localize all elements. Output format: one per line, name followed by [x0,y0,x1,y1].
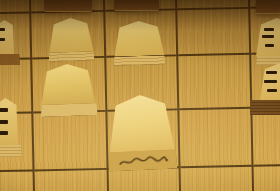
piece-face: 金将 [40,63,95,105]
piece-front-edge [0,145,22,157]
kanji-fragment [262,35,274,38]
kanji-fragment [0,131,8,135]
kanji-fragment [0,120,8,124]
cutoff-piece-back-row-2[interactable] [114,0,159,11]
piece-gold-general-far[interactable]: 金将 [113,20,165,65]
maker-signature [116,152,169,168]
piece-silver-general[interactable]: 銀将 [48,17,94,62]
cutoff-piece-back-row-1[interactable] [44,0,92,12]
kanji-fragment [0,38,5,41]
piece-front-edge [48,51,94,62]
piece-face: 玉将 [107,94,174,153]
piece-face [260,63,280,100]
piece-gold-general-mid[interactable]: 金将 [40,63,98,117]
kanji-fragment [264,28,274,31]
kanji-fragment [264,80,277,83]
piece-front-edge [113,55,165,65]
kanji-fragment [265,44,274,47]
shogi-board-photo: 銀将 金将 金将 [0,0,280,191]
piece-face: 銀将 [48,17,93,53]
kanji-fragment [266,71,277,74]
kanji-fragment [0,28,5,31]
cutoff-piece-back-row-3[interactable] [256,0,280,14]
piece-face [0,98,18,145]
piece-front-edge [0,54,20,65]
kanji-fragment [0,108,8,112]
partial-piece-right-rank2[interactable] [260,63,280,115]
piece-face [256,18,280,56]
piece-face: 金将 [113,20,164,56]
partial-piece-left-rank1[interactable] [0,20,20,65]
piece-front-edge [41,103,98,117]
partial-piece-left-rank3[interactable] [0,98,22,157]
piece-face [0,20,14,54]
piece-king-jeweled-general[interactable]: 玉将 [107,94,177,172]
kanji-fragment [267,89,277,92]
partial-piece-right-rank1[interactable] [256,18,280,65]
piece-front-edge [108,150,178,172]
pieces-layer: 銀将 金将 金将 [0,0,280,191]
piece-front-edge [250,100,280,115]
